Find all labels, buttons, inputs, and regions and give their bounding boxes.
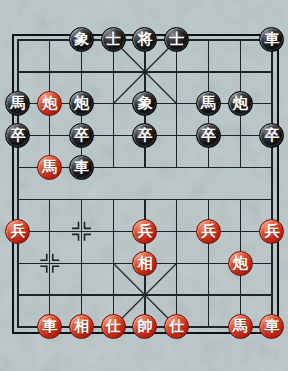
piece-glyph: 兵 [6,220,29,243]
board-point[interactable]: 士 [97,24,129,56]
piece-glyph: 帥 [133,315,156,338]
board-point[interactable] [161,120,193,152]
piece-black-horse[interactable]: 馬 [5,91,30,116]
board-point[interactable]: 車 [256,311,288,343]
board-point[interactable]: 卒 [256,120,288,152]
piece-black-soldier[interactable]: 卒 [259,123,284,148]
board-point[interactable] [34,183,66,215]
board-point[interactable] [97,56,129,88]
board-point[interactable]: 仕 [161,311,193,343]
board-point[interactable] [66,56,98,88]
board-point[interactable] [129,279,161,311]
board-point[interactable] [161,152,193,184]
piece-red-horse[interactable]: 馬 [37,155,62,180]
piece-glyph: 仕 [102,315,125,338]
board-point[interactable]: 馬 [34,152,66,184]
piece-red-general[interactable]: 帥 [132,314,157,339]
board-point[interactable]: 炮 [224,247,256,279]
board-point[interactable] [129,56,161,88]
piece-red-advisor[interactable]: 仕 [101,314,126,339]
piece-black-horse[interactable]: 馬 [196,91,221,116]
piece-glyph: 仕 [165,315,188,338]
board-point[interactable] [161,247,193,279]
piece-glyph: 兵 [260,220,283,243]
board-point[interactable] [256,56,288,88]
piece-black-soldier[interactable]: 卒 [69,123,94,148]
piece-glyph: 相 [133,252,156,275]
board-point[interactable]: 兵 [129,215,161,247]
board-point[interactable] [256,88,288,120]
piece-glyph: 卒 [133,124,156,147]
piece-glyph: 馬 [38,156,61,179]
board-point[interactable]: 相 [129,247,161,279]
board-point[interactable]: 兵 [193,215,225,247]
piece-glyph: 馬 [229,315,252,338]
board-point[interactable] [97,88,129,120]
board-point[interactable]: 仕 [97,311,129,343]
board-point[interactable]: 炮 [66,88,98,120]
board-point[interactable] [161,183,193,215]
piece-glyph: 馬 [197,92,220,115]
board-point[interactable] [224,120,256,152]
board-point[interactable] [224,183,256,215]
board-point[interactable] [34,120,66,152]
piece-black-general[interactable]: 将 [132,27,157,52]
piece-red-advisor[interactable]: 仕 [164,314,189,339]
piece-red-elephant[interactable]: 相 [132,251,157,276]
board-point[interactable] [224,56,256,88]
piece-glyph: 士 [165,28,188,51]
piece-glyph: 車 [260,28,283,51]
piece-black-advisor[interactable]: 士 [164,27,189,52]
piece-glyph: 将 [133,28,156,51]
board-point[interactable]: 卒 [129,120,161,152]
board-point[interactable] [2,56,34,88]
board-point[interactable] [34,56,66,88]
board-point[interactable] [34,279,66,311]
board-point[interactable] [2,24,34,56]
piece-black-elephant[interactable]: 象 [69,27,94,52]
piece-glyph: 卒 [70,124,93,147]
piece-glyph: 兵 [197,220,220,243]
piece-glyph: 炮 [229,252,252,275]
piece-red-soldier[interactable]: 兵 [5,219,30,244]
board-point[interactable]: 相 [66,311,98,343]
board-point[interactable] [256,183,288,215]
board-point[interactable] [129,183,161,215]
board-point[interactable] [224,215,256,247]
piece-red-soldier[interactable]: 兵 [259,219,284,244]
piece-black-advisor[interactable]: 士 [101,27,126,52]
board-point[interactable] [66,247,98,279]
piece-glyph: 相 [70,315,93,338]
board-point[interactable] [66,215,98,247]
board-point[interactable] [224,24,256,56]
board-point[interactable] [193,183,225,215]
piece-glyph: 炮 [229,92,252,115]
board-point[interactable] [256,152,288,184]
piece-glyph: 象 [133,92,156,115]
board-point[interactable] [97,183,129,215]
board-point[interactable] [193,152,225,184]
board-point[interactable]: 卒 [2,120,34,152]
piece-glyph: 馬 [6,92,29,115]
board-point[interactable]: 車 [256,24,288,56]
board-point[interactable]: 兵 [256,215,288,247]
piece-red-elephant[interactable]: 相 [69,314,94,339]
board-point[interactable] [97,215,129,247]
board-point[interactable]: 馬 [193,88,225,120]
board-point[interactable] [224,152,256,184]
piece-glyph: 卒 [6,124,29,147]
board-point[interactable] [97,152,129,184]
board-point[interactable] [2,247,34,279]
piece-glyph: 象 [70,28,93,51]
piece-black-cannon[interactable]: 炮 [228,91,253,116]
board-point[interactable] [66,279,98,311]
piece-black-soldier[interactable]: 卒 [5,123,30,148]
piece-red-cannon[interactable]: 炮 [228,251,253,276]
xiangqi-board: 象士将士車馬炮炮象馬炮卒卒卒卒卒馬車兵兵兵兵相炮車相仕帥仕馬車 [0,0,288,371]
board-point[interactable]: 車 [66,152,98,184]
piece-red-chariot[interactable]: 車 [259,314,284,339]
board-point[interactable]: 卒 [193,120,225,152]
board-point[interactable] [34,247,66,279]
board-point[interactable]: 卒 [66,120,98,152]
piece-glyph: 兵 [133,220,156,243]
board-point[interactable] [224,279,256,311]
piece-red-horse[interactable]: 馬 [228,314,253,339]
board-point[interactable]: 馬 [2,88,34,120]
board-point[interactable]: 馬 [224,311,256,343]
board-point[interactable] [97,247,129,279]
piece-red-cannon[interactable]: 炮 [37,91,62,116]
board-point[interactable] [129,152,161,184]
board-point[interactable] [66,183,98,215]
board-point[interactable] [193,247,225,279]
board-point[interactable] [2,183,34,215]
board-point[interactable]: 帥 [129,311,161,343]
board-point[interactable]: 兵 [2,215,34,247]
board-point[interactable]: 炮 [34,88,66,120]
board-point[interactable] [2,279,34,311]
board-point[interactable]: 将 [129,24,161,56]
board-point[interactable] [161,88,193,120]
board-point[interactable] [193,279,225,311]
piece-red-chariot[interactable]: 車 [37,314,62,339]
piece-black-cannon[interactable]: 炮 [69,91,94,116]
board-point[interactable]: 炮 [224,88,256,120]
board-point[interactable] [34,24,66,56]
piece-glyph: 車 [70,156,93,179]
piece-glyph: 卒 [197,124,220,147]
piece-glyph: 炮 [38,92,61,115]
piece-black-chariot[interactable]: 車 [259,27,284,52]
board-grid: 象士将士車馬炮炮象馬炮卒卒卒卒卒馬車兵兵兵兵相炮車相仕帥仕馬車 [2,24,288,343]
board-point[interactable] [193,311,225,343]
board-point[interactable] [161,215,193,247]
piece-black-soldier[interactable]: 卒 [132,123,157,148]
board-point[interactable]: 車 [34,311,66,343]
piece-black-chariot[interactable]: 車 [69,155,94,180]
piece-red-soldier[interactable]: 兵 [132,219,157,244]
board-point[interactable] [193,24,225,56]
piece-black-soldier[interactable]: 卒 [196,123,221,148]
board-point[interactable] [97,279,129,311]
board-point[interactable] [97,120,129,152]
board-point[interactable] [256,247,288,279]
board-point[interactable] [34,215,66,247]
board-point[interactable] [256,279,288,311]
board-point[interactable]: 象 [66,24,98,56]
board-point[interactable] [161,279,193,311]
piece-glyph: 車 [38,315,61,338]
piece-black-elephant[interactable]: 象 [132,91,157,116]
piece-glyph: 車 [260,315,283,338]
piece-glyph: 士 [102,28,125,51]
piece-red-soldier[interactable]: 兵 [196,219,221,244]
board-point[interactable] [161,56,193,88]
piece-glyph: 卒 [260,124,283,147]
piece-glyph: 炮 [70,92,93,115]
board-point[interactable] [2,311,34,343]
board-point[interactable]: 象 [129,88,161,120]
board-point[interactable] [2,152,34,184]
board-point[interactable]: 士 [161,24,193,56]
board-point[interactable] [193,56,225,88]
